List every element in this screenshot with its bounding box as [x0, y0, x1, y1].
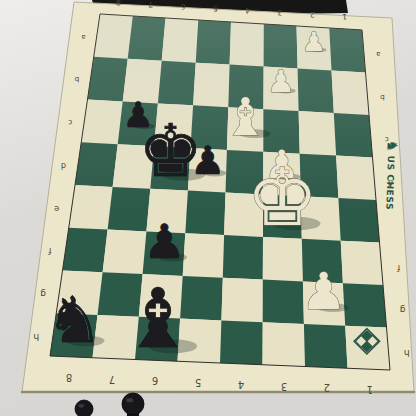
rank-label-top-6: 6 — [180, 2, 185, 11]
rank-label-bottom-5: 5 — [195, 377, 201, 388]
us-chess-side-text: US CHESS — [384, 156, 396, 211]
rank-label-top-7: 7 — [148, 0, 153, 9]
piece-black-knight-h8[interactable]: ♞ — [46, 283, 103, 357]
file-label-left-h: h — [33, 332, 39, 343]
piece-white-pawn-a2[interactable]: ♟ — [302, 26, 326, 57]
rank-label-top-4: 4 — [245, 6, 250, 15]
piece-black-pawn-d5[interactable]: ♟ — [190, 138, 225, 183]
rank-label-bottom-2: 2 — [324, 382, 330, 393]
rank-label-bottom-4: 4 — [238, 379, 244, 390]
file-label-right-b: b — [380, 93, 385, 102]
rank-label-top-8: 8 — [116, 0, 121, 7]
file-label-left-c: c — [68, 118, 72, 127]
file-label-left-d: d — [61, 161, 66, 170]
us-chess-knight-icon: ♞ — [384, 139, 400, 153]
piece-white-king-e3[interactable]: ♚ — [246, 151, 318, 244]
file-label-left-b: b — [74, 75, 79, 84]
rank-label-top-1: 1 — [342, 12, 347, 21]
piece-black-bishop-h6[interactable]: ♝ — [121, 271, 194, 366]
piece-white-pawn-g2[interactable]: ♟ — [301, 262, 347, 321]
rank-label-top-5: 5 — [213, 4, 218, 13]
rank-label-top-2: 2 — [310, 10, 315, 19]
rank-label-bottom-3: 3 — [281, 381, 287, 392]
board-scene: 88aa77bb66cc55dd44e33ff22gg11hh ♞US CHES… — [0, 0, 416, 416]
rank-label-bottom-1: 1 — [367, 384, 373, 395]
rank-label-bottom-8: 8 — [66, 372, 72, 383]
rank-label-bottom-6: 6 — [152, 375, 158, 386]
chessboard-photo: 88aa77bb66cc55dd44e33ff22gg11hh ♞US CHES… — [0, 0, 416, 416]
file-label-left-e: e — [54, 204, 59, 214]
file-label-right-h: h — [404, 348, 410, 359]
piece-black-pawn-f6[interactable]: ♟ — [143, 214, 185, 269]
rank-label-bottom-7: 7 — [109, 374, 115, 385]
rank-label-top-3: 3 — [277, 8, 282, 17]
file-label-right-a: a — [376, 50, 380, 58]
file-label-left-a: a — [81, 33, 85, 41]
piece-white-bishop-c4[interactable]: ♝ — [222, 87, 268, 147]
file-label-right-g: g — [400, 305, 406, 315]
piece-white-pawn-b3[interactable]: ♟ — [267, 63, 295, 99]
captured-black-piece-1[interactable] — [75, 400, 93, 416]
